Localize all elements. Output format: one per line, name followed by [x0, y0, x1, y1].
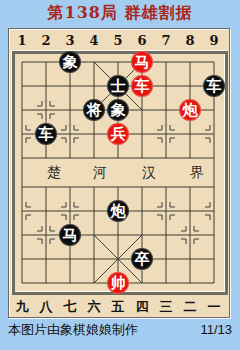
- piece-red-horse[interactable]: 马: [131, 51, 153, 73]
- file-label: 4: [82, 31, 106, 51]
- file-label: 3: [58, 31, 82, 51]
- file-label: 八: [34, 297, 58, 317]
- file-label: 9: [202, 31, 226, 51]
- piece-black-general[interactable]: 将: [83, 99, 105, 121]
- file-label: 8: [178, 31, 202, 51]
- file-label: 四: [130, 297, 154, 317]
- piece-red-soldier[interactable]: 兵: [107, 123, 129, 145]
- footer: 本图片由象棋娘娘制作 11/13: [8, 322, 232, 338]
- pieces-grid: 象马士车车将象炮车兵炮马卒帅: [10, 50, 226, 295]
- page-indicator: 11/13: [200, 322, 232, 338]
- file-label: 7: [154, 31, 178, 51]
- file-label: 2: [34, 31, 58, 51]
- file-label: 5: [106, 31, 130, 51]
- board-panel: 123456789 楚河汉界 象马士车车将象炮车兵炮马卒帅 九八七六五四三二一: [8, 28, 230, 318]
- piece-black-elephant[interactable]: 象: [107, 99, 129, 121]
- file-label: 七: [58, 297, 82, 317]
- file-numbers-bottom: 九八七六五四三二一: [10, 297, 226, 317]
- credit-text: 本图片由象棋娘娘制作: [8, 322, 138, 338]
- file-label: 6: [130, 31, 154, 51]
- file-label: 1: [10, 31, 34, 51]
- piece-red-cannon[interactable]: 炮: [179, 99, 201, 121]
- piece-red-general[interactable]: 帅: [107, 272, 129, 294]
- file-numbers-top: 123456789: [10, 31, 226, 51]
- piece-black-chariot[interactable]: 车: [203, 75, 225, 97]
- puzzle-title: 第138局 群雄割据: [0, 3, 240, 23]
- file-label: 九: [10, 297, 34, 317]
- piece-black-elephant[interactable]: 象: [59, 51, 81, 73]
- file-label: 三: [154, 297, 178, 317]
- piece-black-cannon[interactable]: 炮: [107, 200, 129, 222]
- file-label: 六: [82, 297, 106, 317]
- xiangqi-board: 楚河汉界 象马士车车将象炮车兵炮马卒帅: [12, 51, 228, 295]
- page: 第138局 群雄割据 123456789 楚河汉界 象马士车车将象炮车兵炮马卒帅…: [0, 0, 240, 350]
- piece-black-advisor[interactable]: 士: [107, 75, 129, 97]
- file-label: 二: [178, 297, 202, 317]
- piece-black-chariot[interactable]: 车: [35, 123, 57, 145]
- piece-red-chariot[interactable]: 车: [131, 75, 153, 97]
- file-label: 一: [202, 297, 226, 317]
- piece-black-horse[interactable]: 马: [59, 224, 81, 246]
- file-label: 五: [106, 297, 130, 317]
- piece-black-soldier[interactable]: 卒: [131, 248, 153, 270]
